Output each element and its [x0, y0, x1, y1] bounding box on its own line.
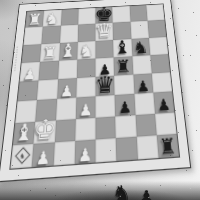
white-bishop: ♝ — [14, 122, 35, 145]
film-grain — [0, 0, 1, 1]
square-f2 — [115, 115, 136, 138]
square-c5 — [58, 59, 77, 79]
board-frame: ∙∙∙∙∙∙∙∙∙∙ ♜♞♚♛♜♝♞♝♞♟♟♜♟♛♟♟♟♟♝♚♞♟♟♜ — [0, 0, 191, 182]
white-knight: ♞ — [79, 43, 95, 60]
square-b4 — [37, 79, 58, 100]
chess-board: ♜♞♚♛♜♝♞♝♞♟♟♜♟♛♟♟♟♟♝♚♞♟♟♜ — [9, 3, 180, 169]
square-b7 — [42, 26, 61, 44]
square-a8: ♜ — [25, 11, 44, 28]
square-b8: ♞ — [43, 10, 61, 27]
square-g1 — [136, 135, 158, 160]
square-h3: ♟ — [153, 92, 174, 114]
square-f8 — [112, 6, 130, 23]
black-knight: ♞ — [133, 39, 149, 56]
square-g5 — [132, 55, 152, 75]
square-c6: ♝ — [59, 42, 78, 61]
square-h4 — [152, 72, 173, 93]
square-h8 — [146, 4, 164, 21]
square-b2: ♚ — [34, 120, 56, 144]
square-a5: ♟ — [20, 62, 41, 82]
captured-black-knight: ♞ — [112, 183, 132, 200]
square-f5: ♜ — [114, 56, 133, 76]
square-a7 — [23, 27, 42, 45]
square-d4 — [76, 77, 95, 98]
square-f3: ♟ — [115, 94, 135, 116]
square-e6 — [95, 40, 113, 59]
square-g6: ♞ — [131, 38, 150, 57]
square-g3 — [134, 93, 155, 115]
white-pawn: ♟ — [78, 146, 92, 164]
square-d1: ♟ — [74, 139, 95, 164]
square-c1 — [53, 141, 75, 166]
white-bishop: ♝ — [59, 42, 77, 60]
square-e1 — [96, 138, 117, 163]
square-a1: ♞ — [10, 144, 33, 169]
black-bishop: ♝ — [114, 39, 131, 57]
black-pawn: ♟ — [136, 79, 150, 94]
corner-emblem-knight-stamp: ♞ — [15, 147, 30, 164]
white-pawn: ♟ — [35, 149, 50, 167]
square-e2 — [96, 116, 116, 139]
table-shadow-band — [0, 181, 200, 200]
square-h5 — [150, 54, 170, 73]
white-knight: ♞ — [44, 11, 60, 26]
square-d2 — [75, 117, 96, 140]
square-g2 — [135, 113, 156, 136]
square-g7 — [130, 21, 149, 39]
square-f1 — [116, 136, 138, 161]
white-pawn: ♟ — [60, 84, 74, 99]
square-h1: ♜ — [156, 134, 179, 158]
black-queen: ♛ — [95, 73, 115, 96]
captured-black-pawn: ♟ — [138, 188, 155, 200]
black-pawn: ♟ — [157, 98, 171, 114]
maker-mark-text: ∙∙∙∙∙∙∙∙∙∙ — [13, 46, 19, 72]
black-pawn: ♟ — [118, 100, 132, 116]
square-d5 — [77, 58, 96, 78]
square-c4: ♟ — [57, 78, 77, 99]
square-b6: ♜ — [40, 43, 59, 62]
square-b5 — [39, 60, 59, 80]
square-c8 — [61, 9, 79, 26]
square-h2 — [155, 112, 177, 135]
square-d7 — [78, 24, 96, 42]
square-d6: ♞ — [77, 41, 95, 60]
square-c3 — [56, 98, 77, 120]
square-h6 — [149, 37, 168, 55]
square-e7: ♛ — [95, 23, 113, 41]
chessboard-photo: ∙∙∙∙∙∙∙∙∙∙ ♜♞♚♛♜♝♞♝♞♟♟♜♟♛♟♟♟♟♝♚♞♟♟♜ ♞ ♟ — [0, 0, 200, 200]
square-f6: ♝ — [113, 39, 132, 58]
square-a4 — [17, 80, 38, 101]
square-c2 — [54, 119, 75, 142]
white-pawn: ♟ — [23, 67, 37, 81]
square-d8 — [78, 8, 95, 25]
white-rook: ♜ — [27, 12, 43, 27]
black-rook: ♜ — [158, 136, 177, 158]
square-d3: ♟ — [76, 97, 96, 119]
square-h7 — [147, 20, 166, 38]
square-g8 — [129, 5, 147, 22]
white-queen: ♛ — [95, 21, 114, 41]
square-a6 — [22, 44, 42, 63]
square-e4: ♛ — [95, 76, 114, 97]
square-g4: ♟ — [133, 73, 153, 94]
white-rook: ♜ — [42, 45, 58, 62]
square-e3 — [96, 95, 116, 117]
white-king: ♚ — [33, 116, 57, 143]
white-pawn: ♟ — [79, 103, 93, 119]
black-rook: ♜ — [115, 58, 131, 76]
square-f4 — [114, 75, 134, 96]
